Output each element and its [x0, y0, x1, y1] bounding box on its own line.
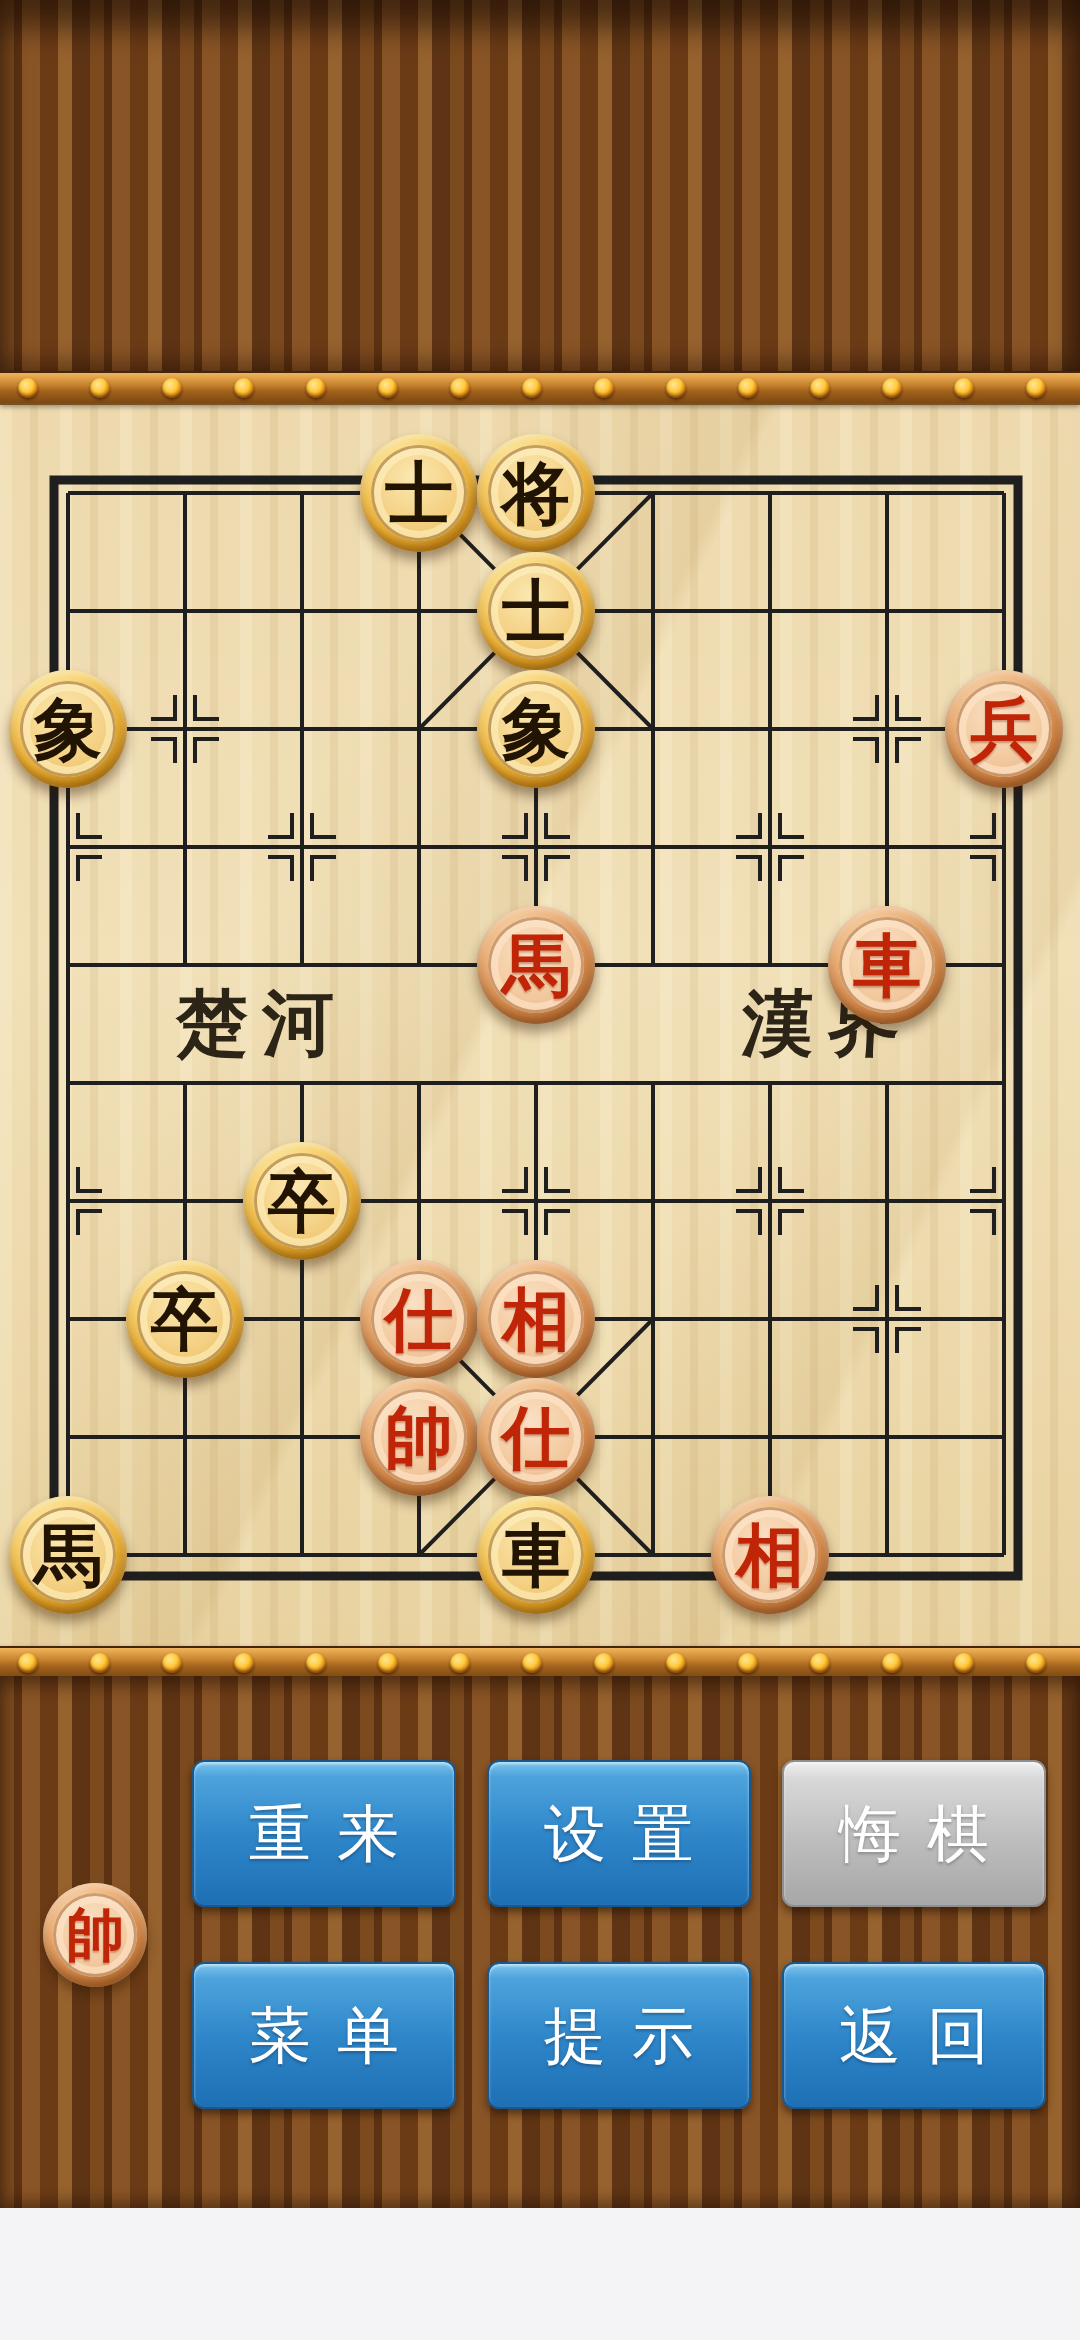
- piece-black-advisor[interactable]: 士: [477, 552, 595, 670]
- piece-black-elephant[interactable]: 象: [9, 670, 127, 788]
- nail-rail-top: [0, 371, 1080, 405]
- nail-stud: [882, 1653, 902, 1673]
- piece-red-soldier[interactable]: 兵: [945, 670, 1063, 788]
- nail-stud: [1026, 378, 1046, 398]
- restart-button[interactable]: 重来: [192, 1760, 456, 1907]
- nail-stud: [882, 378, 902, 398]
- nail-stud: [234, 378, 254, 398]
- piece-red-advisor[interactable]: 仕: [360, 1260, 478, 1378]
- top-wood-panel: [0, 0, 1080, 371]
- nail-stud: [810, 1653, 830, 1673]
- nail-stud: [450, 378, 470, 398]
- back-button[interactable]: 返回: [782, 1962, 1046, 2109]
- nail-stud: [666, 1653, 686, 1673]
- piece-black-chariot[interactable]: 車: [477, 1496, 595, 1614]
- android-nav-bar: 头条@十四郎: [0, 2208, 1080, 2340]
- control-button-grid: 重来设置悔棋菜单提示返回: [192, 1760, 1046, 2109]
- nail-stud: [306, 378, 326, 398]
- nail-stud: [810, 378, 830, 398]
- turn-indicator-piece: 帥: [43, 1883, 147, 1987]
- nail-stud: [594, 1653, 614, 1673]
- nail-stud: [234, 1653, 254, 1673]
- piece-red-elephant[interactable]: 相: [477, 1260, 595, 1378]
- piece-black-soldier[interactable]: 卒: [243, 1142, 361, 1260]
- nail-stud: [378, 378, 398, 398]
- piece-red-chariot[interactable]: 車: [828, 906, 946, 1024]
- nail-stud: [522, 1653, 542, 1673]
- piece-red-advisor[interactable]: 仕: [477, 1378, 595, 1496]
- nail-stud: [162, 378, 182, 398]
- undo-button[interactable]: 悔棋: [782, 1760, 1046, 1907]
- nail-rail-bottom: [0, 1646, 1080, 1680]
- xiangqi-game-screen: 楚河 漢界 士将士象象兵馬車卒卒仕相帥仕馬車相 帥 重来设置悔棋菜单提示返回 头…: [0, 0, 1080, 2340]
- turn-indicator-face: 帥: [53, 1893, 137, 1977]
- nail-stud: [18, 378, 38, 398]
- nail-stud: [738, 378, 758, 398]
- nail-stud: [90, 1653, 110, 1673]
- menu-button[interactable]: 菜单: [192, 1962, 456, 2109]
- nail-stud: [378, 1653, 398, 1673]
- nail-stud: [306, 1653, 326, 1673]
- turn-indicator-char: 帥: [66, 1906, 124, 1964]
- nail-stud: [90, 378, 110, 398]
- piece-black-advisor[interactable]: 士: [360, 434, 478, 552]
- settings-button[interactable]: 设置: [487, 1760, 751, 1907]
- nail-stud: [954, 378, 974, 398]
- nail-stud: [18, 1653, 38, 1673]
- piece-black-general[interactable]: 将: [477, 434, 595, 552]
- nail-stud: [162, 1653, 182, 1673]
- piece-black-horse[interactable]: 馬: [9, 1496, 127, 1614]
- piece-red-horse[interactable]: 馬: [477, 906, 595, 1024]
- hint-button[interactable]: 提示: [487, 1962, 751, 2109]
- nail-stud: [738, 1653, 758, 1673]
- nail-stud: [522, 378, 542, 398]
- nail-stud: [666, 378, 686, 398]
- piece-black-elephant[interactable]: 象: [477, 670, 595, 788]
- nail-stud: [1026, 1653, 1046, 1673]
- piece-red-elephant[interactable]: 相: [711, 1496, 829, 1614]
- nail-stud: [594, 378, 614, 398]
- piece-red-general[interactable]: 帥: [360, 1378, 478, 1496]
- nail-stud: [954, 1653, 974, 1673]
- nail-stud: [450, 1653, 470, 1673]
- river-label-chu-he: 楚河: [176, 976, 348, 1072]
- piece-black-soldier[interactable]: 卒: [126, 1260, 244, 1378]
